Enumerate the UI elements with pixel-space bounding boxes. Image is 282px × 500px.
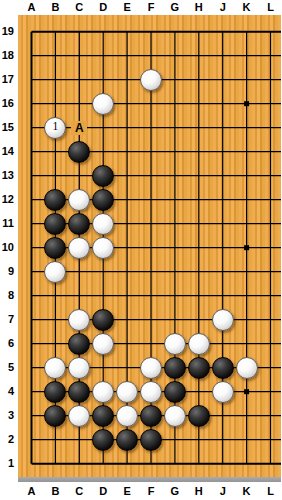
- stone-black-F2: [140, 429, 162, 451]
- stone-white-D4: [92, 381, 114, 403]
- stone-white-E3: [116, 405, 138, 427]
- stone-white-C12: [68, 189, 90, 211]
- stone-white-J4: [212, 381, 234, 403]
- stone-white-D10: [92, 237, 114, 259]
- stone-black-F3: [140, 405, 162, 427]
- stone-black-B4: [44, 381, 66, 403]
- bottom-col-label-L: L: [259, 484, 282, 499]
- row-label-18: 18: [0, 48, 14, 63]
- row-label-3: 3: [0, 408, 14, 423]
- top-col-label-E: E: [115, 0, 139, 15]
- bottom-col-label-F: F: [139, 484, 163, 499]
- row-label-8: 8: [0, 288, 14, 303]
- row-label-10: 10: [0, 240, 14, 255]
- stone-white-C10: [68, 237, 90, 259]
- go-board[interactable]: 1A: [18, 15, 281, 477]
- stone-black-H5: [188, 357, 210, 379]
- top-col-label-D: D: [91, 0, 115, 15]
- stone-black-D12: [92, 189, 114, 211]
- stone-black-E2: [116, 429, 138, 451]
- bottom-col-label-A: A: [20, 484, 44, 499]
- go-board-diagram: ABCDEFGHJKL 1918171615141312111098765432…: [0, 0, 281, 500]
- bottom-col-label-K: K: [235, 484, 259, 499]
- stone-white-H6: [188, 333, 210, 355]
- stones-layer: 1A: [20, 20, 281, 476]
- stone-white-B5: [44, 357, 66, 379]
- row-label-4: 4: [0, 384, 14, 399]
- stone-white-G3: [164, 405, 186, 427]
- stone-black-B10: [44, 237, 66, 259]
- top-col-label-B: B: [43, 0, 67, 15]
- top-col-label-A: A: [20, 0, 44, 15]
- stone-black-H3: [188, 405, 210, 427]
- stone-black-C4: [68, 381, 90, 403]
- stone-black-B3: [44, 405, 66, 427]
- stone-black-G5: [164, 357, 186, 379]
- row-label-7: 7: [0, 312, 14, 327]
- stone-black-D7: [92, 309, 114, 331]
- stone-white-C5: [68, 357, 90, 379]
- bottom-col-label-E: E: [115, 484, 139, 499]
- bottom-col-label-C: C: [67, 484, 91, 499]
- stone-black-D3: [92, 405, 114, 427]
- move-number-label: 1: [53, 121, 59, 134]
- stone-white-D11: [92, 213, 114, 235]
- top-col-label-J: J: [211, 0, 235, 15]
- stone-white-G6: [164, 333, 186, 355]
- stone-white-F4: [140, 381, 162, 403]
- top-col-label-G: G: [163, 0, 187, 15]
- stone-black-J5: [212, 357, 234, 379]
- row-label-5: 5: [0, 360, 14, 375]
- stone-black-D13: [92, 165, 114, 187]
- row-label-14: 14: [0, 144, 14, 159]
- stone-white-B9: [44, 261, 66, 283]
- row-label-12: 12: [0, 192, 14, 207]
- bottom-col-label-B: B: [43, 484, 67, 499]
- stone-white-D6: [92, 333, 114, 355]
- row-label-11: 11: [0, 216, 14, 231]
- row-label-13: 13: [0, 168, 14, 183]
- row-label-1: 1: [0, 456, 14, 471]
- stone-black-C11: [68, 213, 90, 235]
- stone-white-C3: [68, 405, 90, 427]
- stone-black-D2: [92, 429, 114, 451]
- row-label-19: 19: [0, 24, 14, 39]
- top-col-label-H: H: [187, 0, 211, 15]
- stone-black-C14: [68, 141, 90, 163]
- stone-white-F17: [140, 69, 162, 91]
- stone-black-G4: [164, 381, 186, 403]
- top-col-label-F: F: [139, 0, 163, 15]
- bottom-col-label-G: G: [163, 484, 187, 499]
- stone-black-B11: [44, 213, 66, 235]
- stone-white-F5: [140, 357, 162, 379]
- bottom-col-label-H: H: [187, 484, 211, 499]
- stone-white-J7: [212, 309, 234, 331]
- row-label-2: 2: [0, 432, 14, 447]
- stone-black-C6: [68, 333, 90, 355]
- top-col-label-L: L: [259, 0, 282, 15]
- bottom-col-label-D: D: [91, 484, 115, 499]
- stone-white-E4: [116, 381, 138, 403]
- row-label-9: 9: [0, 264, 14, 279]
- stone-white-B15-move-1: 1: [44, 117, 66, 139]
- board-shadow: [18, 477, 281, 482]
- top-col-label-C: C: [67, 0, 91, 15]
- row-label-17: 17: [0, 72, 14, 87]
- top-col-label-K: K: [235, 0, 259, 15]
- point-label-A: A: [71, 121, 87, 135]
- stone-black-B12: [44, 189, 66, 211]
- stone-white-C7: [68, 309, 90, 331]
- stone-white-K5: [236, 357, 258, 379]
- stone-white-D16: [92, 93, 114, 115]
- row-label-15: 15: [0, 120, 14, 135]
- row-label-16: 16: [0, 96, 14, 111]
- bottom-col-label-J: J: [211, 484, 235, 499]
- row-label-6: 6: [0, 336, 14, 351]
